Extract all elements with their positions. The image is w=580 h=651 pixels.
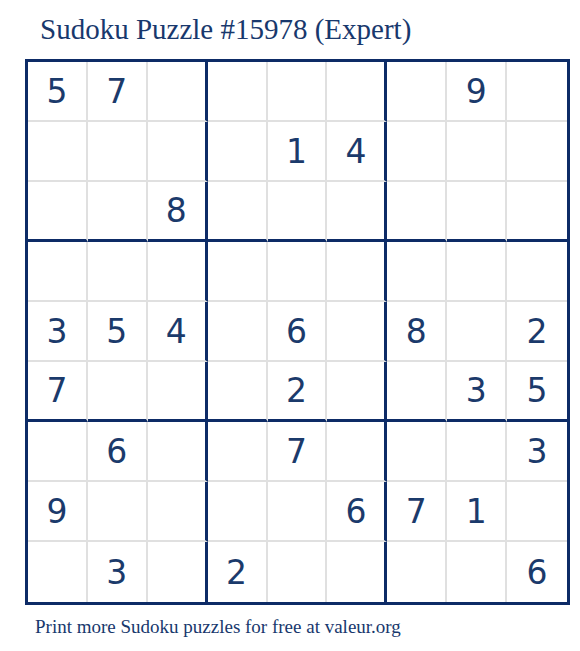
cell-r8c1[interactable]: 9 — [28, 482, 88, 542]
cell-r2c1[interactable] — [28, 122, 88, 182]
cell-r3c7[interactable] — [387, 182, 447, 242]
cell-r7c7[interactable] — [387, 422, 447, 482]
cell-r3c3[interactable]: 8 — [148, 182, 208, 242]
cell-r1c9[interactable] — [507, 62, 567, 122]
cell-r6c8[interactable]: 3 — [447, 362, 507, 422]
cell-r1c4[interactable] — [208, 62, 268, 122]
cell-r8c2[interactable] — [88, 482, 148, 542]
cell-r2c2[interactable] — [88, 122, 148, 182]
footer-text: Print more Sudoku puzzles for free at va… — [35, 616, 401, 638]
cell-r5c2[interactable]: 5 — [88, 302, 148, 362]
cell-r4c5[interactable] — [268, 242, 328, 302]
page-title: Sudoku Puzzle #15978 (Expert) — [40, 13, 411, 46]
cell-r3c6[interactable] — [327, 182, 387, 242]
cell-r4c1[interactable] — [28, 242, 88, 302]
sudoku-page: Sudoku Puzzle #15978 (Expert) 5791483546… — [0, 0, 580, 651]
cell-r1c8[interactable]: 9 — [447, 62, 507, 122]
cell-r8c7[interactable]: 7 — [387, 482, 447, 542]
cell-r1c5[interactable] — [268, 62, 328, 122]
cell-r2c6[interactable]: 4 — [327, 122, 387, 182]
cell-r6c6[interactable] — [327, 362, 387, 422]
cell-r9c9[interactable]: 6 — [507, 542, 567, 602]
cell-r5c9[interactable]: 2 — [507, 302, 567, 362]
cell-r4c4[interactable] — [208, 242, 268, 302]
cell-r9c5[interactable] — [268, 542, 328, 602]
cell-r1c2[interactable]: 7 — [88, 62, 148, 122]
cell-r4c9[interactable] — [507, 242, 567, 302]
cell-r7c5[interactable]: 7 — [268, 422, 328, 482]
cell-r3c9[interactable] — [507, 182, 567, 242]
cell-r8c3[interactable] — [148, 482, 208, 542]
cell-r4c2[interactable] — [88, 242, 148, 302]
cell-r2c3[interactable] — [148, 122, 208, 182]
cell-r2c5[interactable]: 1 — [268, 122, 328, 182]
cell-r5c6[interactable] — [327, 302, 387, 362]
cell-r1c6[interactable] — [327, 62, 387, 122]
cell-r7c8[interactable] — [447, 422, 507, 482]
cell-r6c3[interactable] — [148, 362, 208, 422]
cell-r7c6[interactable] — [327, 422, 387, 482]
cell-r8c6[interactable]: 6 — [327, 482, 387, 542]
cell-r2c8[interactable] — [447, 122, 507, 182]
cell-r9c4[interactable]: 2 — [208, 542, 268, 602]
cell-r5c4[interactable] — [208, 302, 268, 362]
cell-r4c7[interactable] — [387, 242, 447, 302]
cell-r8c8[interactable]: 1 — [447, 482, 507, 542]
cell-r9c3[interactable] — [148, 542, 208, 602]
cell-r5c7[interactable]: 8 — [387, 302, 447, 362]
cell-r4c3[interactable] — [148, 242, 208, 302]
cell-r7c1[interactable] — [28, 422, 88, 482]
cell-r2c4[interactable] — [208, 122, 268, 182]
cell-r7c2[interactable]: 6 — [88, 422, 148, 482]
cell-r8c4[interactable] — [208, 482, 268, 542]
cell-r3c2[interactable] — [88, 182, 148, 242]
cell-r2c7[interactable] — [387, 122, 447, 182]
cell-r4c8[interactable] — [447, 242, 507, 302]
cell-r9c2[interactable]: 3 — [88, 542, 148, 602]
cell-r3c4[interactable] — [208, 182, 268, 242]
cell-r8c9[interactable] — [507, 482, 567, 542]
cell-r6c5[interactable]: 2 — [268, 362, 328, 422]
cell-r9c7[interactable] — [387, 542, 447, 602]
cell-r3c5[interactable] — [268, 182, 328, 242]
cell-r6c9[interactable]: 5 — [507, 362, 567, 422]
cell-r6c4[interactable] — [208, 362, 268, 422]
cell-r8c5[interactable] — [268, 482, 328, 542]
cell-r9c1[interactable] — [28, 542, 88, 602]
cell-r6c7[interactable] — [387, 362, 447, 422]
cell-r9c8[interactable] — [447, 542, 507, 602]
cell-r6c1[interactable]: 7 — [28, 362, 88, 422]
cell-r3c8[interactable] — [447, 182, 507, 242]
cell-r7c4[interactable] — [208, 422, 268, 482]
cell-r2c9[interactable] — [507, 122, 567, 182]
cell-r5c3[interactable]: 4 — [148, 302, 208, 362]
cell-r5c8[interactable] — [447, 302, 507, 362]
cell-r7c3[interactable] — [148, 422, 208, 482]
sudoku-board: 57914835468272356739671326 — [25, 59, 570, 605]
cell-r9c6[interactable] — [327, 542, 387, 602]
cell-r1c3[interactable] — [148, 62, 208, 122]
cell-r5c5[interactable]: 6 — [268, 302, 328, 362]
cell-r3c1[interactable] — [28, 182, 88, 242]
cell-r7c9[interactable]: 3 — [507, 422, 567, 482]
cell-r4c6[interactable] — [327, 242, 387, 302]
cell-r6c2[interactable] — [88, 362, 148, 422]
cell-r5c1[interactable]: 3 — [28, 302, 88, 362]
cell-r1c7[interactable] — [387, 62, 447, 122]
cell-r1c1[interactable]: 5 — [28, 62, 88, 122]
